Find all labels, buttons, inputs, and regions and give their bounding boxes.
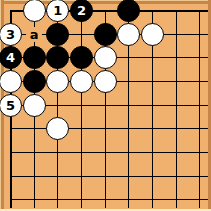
white-stone (141, 23, 164, 46)
black-stone (23, 46, 46, 69)
move-number: 2 (77, 4, 86, 17)
black-stone-move-4: 4 (0, 46, 22, 69)
white-stone-move-5: 5 (0, 94, 22, 117)
white-stone (46, 117, 69, 140)
white-stone (46, 70, 69, 93)
white-stone-move-3: 3 (0, 23, 22, 46)
black-stone (70, 46, 93, 69)
black-stone (117, 0, 140, 22)
page-bottom-strip (0, 209, 211, 211)
black-stone-move-2: 2 (70, 0, 93, 22)
grid-line-vertical (176, 10, 177, 209)
grid-line-vertical (199, 10, 200, 209)
grid-line-horizontal (10, 176, 209, 177)
point-label-a: a (26, 27, 42, 42)
go-diagram: 123a45 (0, 0, 211, 211)
black-stone (46, 23, 69, 46)
white-stone (23, 94, 46, 117)
move-number: 4 (6, 51, 15, 64)
grid-line-horizontal (10, 152, 209, 153)
white-stone-move-1: 1 (46, 0, 69, 22)
black-stone (94, 23, 117, 46)
white-stone (117, 23, 140, 46)
white-stone (23, 0, 46, 22)
white-stone (70, 70, 93, 93)
move-number: 5 (6, 99, 15, 112)
white-stone (0, 70, 22, 93)
grid-line-horizontal (10, 128, 209, 129)
black-stone (46, 46, 69, 69)
grid-line-horizontal (10, 199, 209, 200)
move-number: 1 (53, 4, 62, 17)
grid-line-vertical (81, 10, 82, 209)
white-stone (94, 70, 117, 93)
black-stone (23, 70, 46, 93)
white-stone (94, 46, 117, 69)
board-frame-right (208, 0, 211, 211)
move-number: 3 (6, 28, 15, 41)
